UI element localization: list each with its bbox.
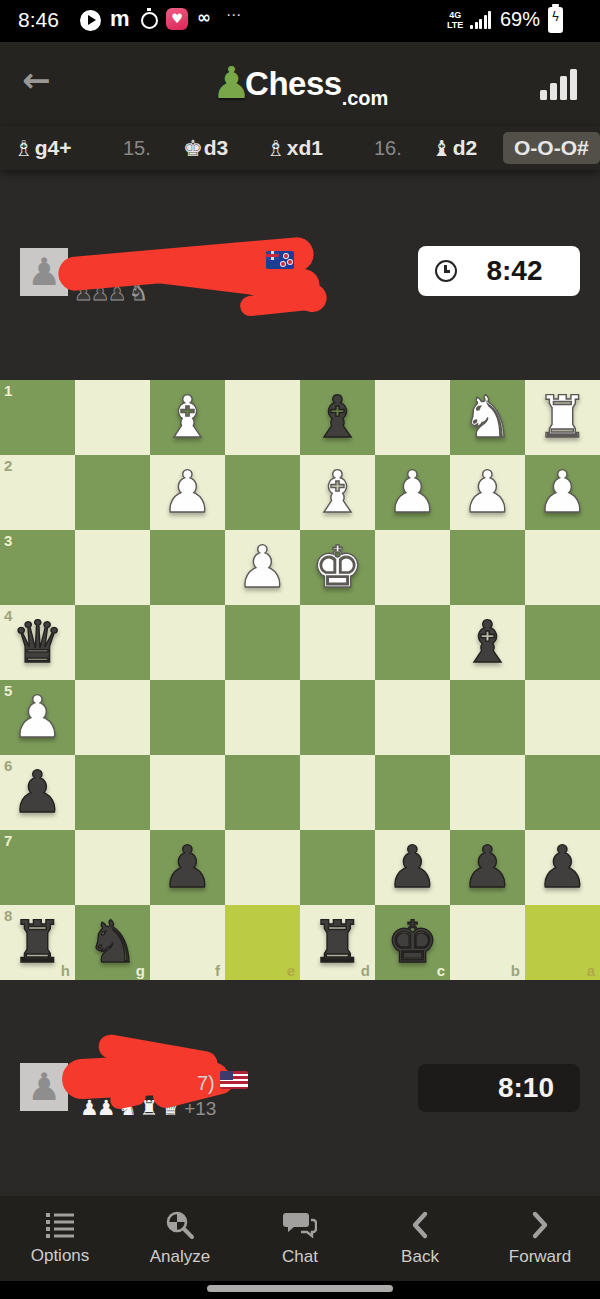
square-c1[interactable] bbox=[375, 380, 450, 455]
square-e3[interactable]: ♟ bbox=[225, 530, 300, 605]
more-dots-icon: ⋯ bbox=[226, 6, 242, 24]
black-king[interactable]: ♚ bbox=[387, 905, 439, 980]
nav-label: Forward bbox=[509, 1247, 571, 1267]
square-c4[interactable] bbox=[375, 605, 450, 680]
timer-icon bbox=[141, 12, 158, 29]
square-b8[interactable]: b bbox=[450, 905, 525, 980]
black-pawn[interactable]: ♟ bbox=[162, 830, 214, 905]
logo-pawn-icon: ♟ bbox=[212, 57, 251, 108]
bottom-player-clock: 8:10 bbox=[418, 1064, 580, 1112]
square-g1[interactable] bbox=[75, 380, 150, 455]
square-g4[interactable] bbox=[75, 605, 150, 680]
current-move-chip[interactable]: O-O-O# bbox=[503, 132, 600, 164]
white-bishop[interactable]: ♝ bbox=[312, 455, 364, 530]
square-h8[interactable]: 8h♜ bbox=[0, 905, 75, 980]
rank-label: 1 bbox=[4, 382, 12, 399]
voicemail-icon: ∞ bbox=[197, 7, 211, 27]
file-label: a bbox=[587, 962, 595, 979]
nav-back-button[interactable]: Back bbox=[360, 1196, 480, 1281]
square-d5[interactable] bbox=[300, 680, 375, 755]
white-bishop[interactable]: ♝ bbox=[162, 380, 214, 455]
black-pawn[interactable]: ♟ bbox=[537, 830, 589, 905]
move-san[interactable]: ♗xd1 bbox=[266, 126, 323, 170]
square-e5[interactable] bbox=[225, 680, 300, 755]
white-pawn[interactable]: ♟ bbox=[12, 680, 64, 755]
square-b2[interactable]: ♟ bbox=[450, 455, 525, 530]
figurine-bishop-icon: ♗ bbox=[14, 136, 34, 161]
white-pawn[interactable]: ♟ bbox=[162, 455, 214, 530]
clock-icon bbox=[435, 260, 457, 282]
move-list: ♗g4+ 15. ♚d3 ♗xd1 16. ♝d2 O-O-O# bbox=[0, 126, 600, 170]
nav-label: Analyze bbox=[150, 1247, 210, 1267]
square-a3[interactable] bbox=[525, 530, 600, 605]
square-d1[interactable]: ♝ bbox=[300, 380, 375, 455]
square-g7[interactable] bbox=[75, 830, 150, 905]
black-rook[interactable]: ♜ bbox=[12, 905, 64, 980]
play-circle-icon bbox=[80, 10, 101, 31]
square-b1[interactable]: ♞ bbox=[450, 380, 525, 455]
nav-forward-button[interactable]: Forward bbox=[480, 1196, 600, 1281]
square-h6[interactable]: 6♟ bbox=[0, 755, 75, 830]
square-f8[interactable]: f bbox=[150, 905, 225, 980]
square-d8[interactable]: d♜ bbox=[300, 905, 375, 980]
white-knight[interactable]: ♞ bbox=[462, 380, 514, 455]
square-a6[interactable] bbox=[525, 755, 600, 830]
rank-label: 7 bbox=[4, 832, 12, 849]
figurine-bishop-icon: ♗ bbox=[266, 136, 286, 161]
square-h3[interactable]: 3 bbox=[0, 530, 75, 605]
square-e1[interactable] bbox=[225, 380, 300, 455]
square-g3[interactable] bbox=[75, 530, 150, 605]
square-g2[interactable] bbox=[75, 455, 150, 530]
chevron-right-icon bbox=[529, 1210, 551, 1240]
square-f6[interactable] bbox=[150, 755, 225, 830]
rank-label: 2 bbox=[4, 457, 12, 474]
status-bar: 8:46 m ♥ ∞ ⋯ 4GLTE 69% ϟ bbox=[0, 0, 600, 42]
black-rook[interactable]: ♜ bbox=[312, 905, 364, 980]
square-g6[interactable] bbox=[75, 755, 150, 830]
nav-label: Options bbox=[31, 1246, 90, 1266]
square-g5[interactable] bbox=[75, 680, 150, 755]
black-pawn[interactable]: ♟ bbox=[387, 830, 439, 905]
white-pawn[interactable]: ♟ bbox=[237, 530, 289, 605]
bottom-clock-time: 8:10 bbox=[418, 1072, 580, 1104]
name-fragment: 7) bbox=[197, 1072, 215, 1095]
square-c7[interactable]: ♟ bbox=[375, 830, 450, 905]
avatar-pawn-icon: ♟ bbox=[27, 250, 61, 294]
square-c5[interactable] bbox=[375, 680, 450, 755]
square-f5[interactable] bbox=[150, 680, 225, 755]
square-b7[interactable]: ♟ bbox=[450, 830, 525, 905]
square-g8[interactable]: g♞ bbox=[75, 905, 150, 980]
m-app-icon: m bbox=[110, 6, 130, 32]
square-c2[interactable]: ♟ bbox=[375, 455, 450, 530]
square-e2[interactable] bbox=[225, 455, 300, 530]
square-c3[interactable] bbox=[375, 530, 450, 605]
avatar-pawn-icon: ♟ bbox=[27, 1065, 61, 1109]
nav-label: Back bbox=[401, 1247, 439, 1267]
square-a4[interactable] bbox=[525, 605, 600, 680]
connection-bars-icon[interactable] bbox=[540, 68, 580, 100]
move-number: 16. bbox=[374, 126, 402, 170]
square-d6[interactable] bbox=[300, 755, 375, 830]
square-e7[interactable] bbox=[225, 830, 300, 905]
square-c8[interactable]: c♚ bbox=[375, 905, 450, 980]
top-player-clock: 8:42 bbox=[418, 246, 580, 296]
move-san[interactable]: ♗g4+ bbox=[14, 126, 72, 170]
file-label: f bbox=[215, 962, 220, 979]
chesscom-logo: ♟ Chess .com bbox=[0, 42, 600, 126]
figurine-king-icon: ♚ bbox=[183, 136, 203, 161]
square-e6[interactable] bbox=[225, 755, 300, 830]
square-a2[interactable]: ♟ bbox=[525, 455, 600, 530]
square-f7[interactable]: ♟ bbox=[150, 830, 225, 905]
health-app-icon: ♥ bbox=[166, 8, 188, 30]
figurine-bishop-icon: ♝ bbox=[432, 136, 452, 161]
white-pawn[interactable]: ♟ bbox=[537, 455, 589, 530]
square-f1[interactable]: ♝ bbox=[150, 380, 225, 455]
square-d3[interactable]: ♚ bbox=[300, 530, 375, 605]
rank-label: 3 bbox=[4, 532, 12, 549]
black-pawn[interactable]: ♟ bbox=[462, 830, 514, 905]
nav-label: Chat bbox=[282, 1247, 318, 1267]
square-d7[interactable] bbox=[300, 830, 375, 905]
home-indicator[interactable] bbox=[207, 1285, 393, 1292]
move-san[interactable]: ♚d3 bbox=[183, 126, 228, 170]
chevron-left-icon bbox=[409, 1210, 431, 1240]
square-b5[interactable] bbox=[450, 680, 525, 755]
list-icon bbox=[45, 1211, 75, 1239]
square-b4[interactable]: ♝ bbox=[450, 605, 525, 680]
chat-bubbles-icon bbox=[283, 1210, 317, 1240]
square-h1[interactable]: 1 bbox=[0, 380, 75, 455]
file-label: e bbox=[287, 962, 295, 979]
white-pawn[interactable]: ♟ bbox=[462, 455, 514, 530]
square-a1[interactable]: ♜ bbox=[525, 380, 600, 455]
move-number: 15. bbox=[123, 126, 151, 170]
chess-board: 1♝♝♞♜2♟♝♟♟♟3♟♚4♛♝5♟6♟7♟♟♟♟8h♜g♞fed♜c♚ba bbox=[0, 380, 600, 980]
status-time: 8:46 bbox=[18, 8, 59, 32]
bottom-nav: Options Analyze Chat Back Forward bbox=[0, 1196, 600, 1281]
bottom-player-avatar[interactable]: ♟ bbox=[20, 1063, 68, 1111]
square-c6[interactable] bbox=[375, 755, 450, 830]
logo-text: Chess bbox=[245, 65, 342, 103]
square-h2[interactable]: 2 bbox=[0, 455, 75, 530]
move-san[interactable]: ♝d2 bbox=[432, 126, 477, 170]
square-f3[interactable] bbox=[150, 530, 225, 605]
white-king[interactable]: ♚ bbox=[312, 530, 364, 605]
black-bishop[interactable]: ♝ bbox=[462, 605, 514, 680]
united-states-flag-icon bbox=[220, 1071, 248, 1089]
battery-percent: 69% bbox=[500, 8, 540, 31]
square-a7[interactable]: ♟ bbox=[525, 830, 600, 905]
square-d2[interactable]: ♝ bbox=[300, 455, 375, 530]
black-bishop[interactable]: ♝ bbox=[312, 380, 364, 455]
new-zealand-flag-icon bbox=[266, 251, 294, 269]
square-b3[interactable] bbox=[450, 530, 525, 605]
square-h7[interactable]: 7 bbox=[0, 830, 75, 905]
analysis-magnifier-icon bbox=[165, 1210, 195, 1240]
square-a8[interactable]: a bbox=[525, 905, 600, 980]
battery-icon: ϟ bbox=[548, 7, 563, 33]
app-header: ← ♟ Chess .com bbox=[0, 42, 600, 126]
square-a5[interactable] bbox=[525, 680, 600, 755]
square-e4[interactable] bbox=[225, 605, 300, 680]
nav-chat-button[interactable]: Chat bbox=[240, 1196, 360, 1281]
square-f4[interactable] bbox=[150, 605, 225, 680]
square-e8[interactable]: e bbox=[225, 905, 300, 980]
white-pawn[interactable]: ♟ bbox=[387, 455, 439, 530]
square-h5[interactable]: 5♟ bbox=[0, 680, 75, 755]
black-pawn[interactable]: ♟ bbox=[12, 755, 64, 830]
logo-suffix: .com bbox=[342, 87, 389, 110]
square-d4[interactable] bbox=[300, 605, 375, 680]
white-rook[interactable]: ♜ bbox=[537, 380, 589, 455]
nav-analyze-button[interactable]: Analyze bbox=[120, 1196, 240, 1281]
network-type-icon: 4GLTE bbox=[447, 10, 463, 30]
nav-options-button[interactable]: Options bbox=[0, 1196, 120, 1281]
square-f2[interactable]: ♟ bbox=[150, 455, 225, 530]
square-h4[interactable]: 4♛ bbox=[0, 605, 75, 680]
top-clock-time: 8:42 bbox=[457, 255, 580, 287]
square-b6[interactable] bbox=[450, 755, 525, 830]
black-knight[interactable]: ♞ bbox=[87, 905, 139, 980]
file-label: b bbox=[511, 962, 520, 979]
signal-strength-icon bbox=[470, 11, 494, 29]
black-queen[interactable]: ♛ bbox=[12, 605, 64, 680]
